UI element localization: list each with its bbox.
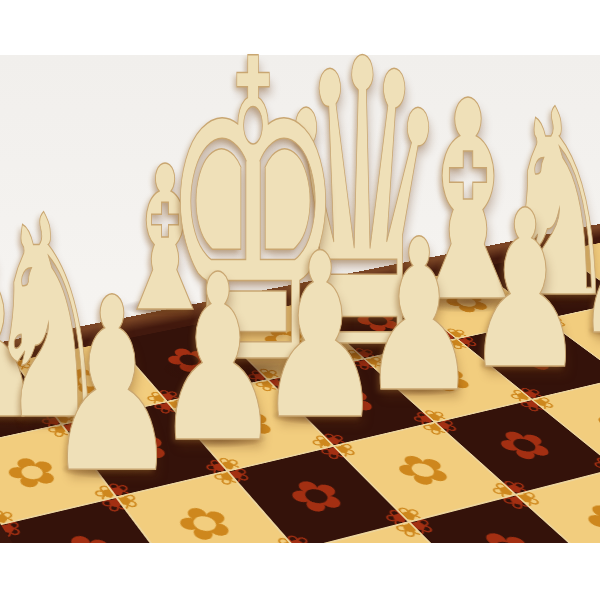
chess-piece-pawn-1: ♟ — [45, 266, 178, 506]
pieces-layer: ♟♞♝♚♛♝♞♟♟♟♟♟♟ — [0, 0, 600, 600]
chess-piece-pawn-5: ♟ — [464, 182, 585, 400]
chess-set-photo: ✾ ✾ ✿❀❀❀❀✿❀❀❀❀✿❀❀❀❀✿❀❀❀❀✿❀❀❀❀✿❀❀❀❀✿❀❀❀❀✿… — [0, 0, 600, 600]
